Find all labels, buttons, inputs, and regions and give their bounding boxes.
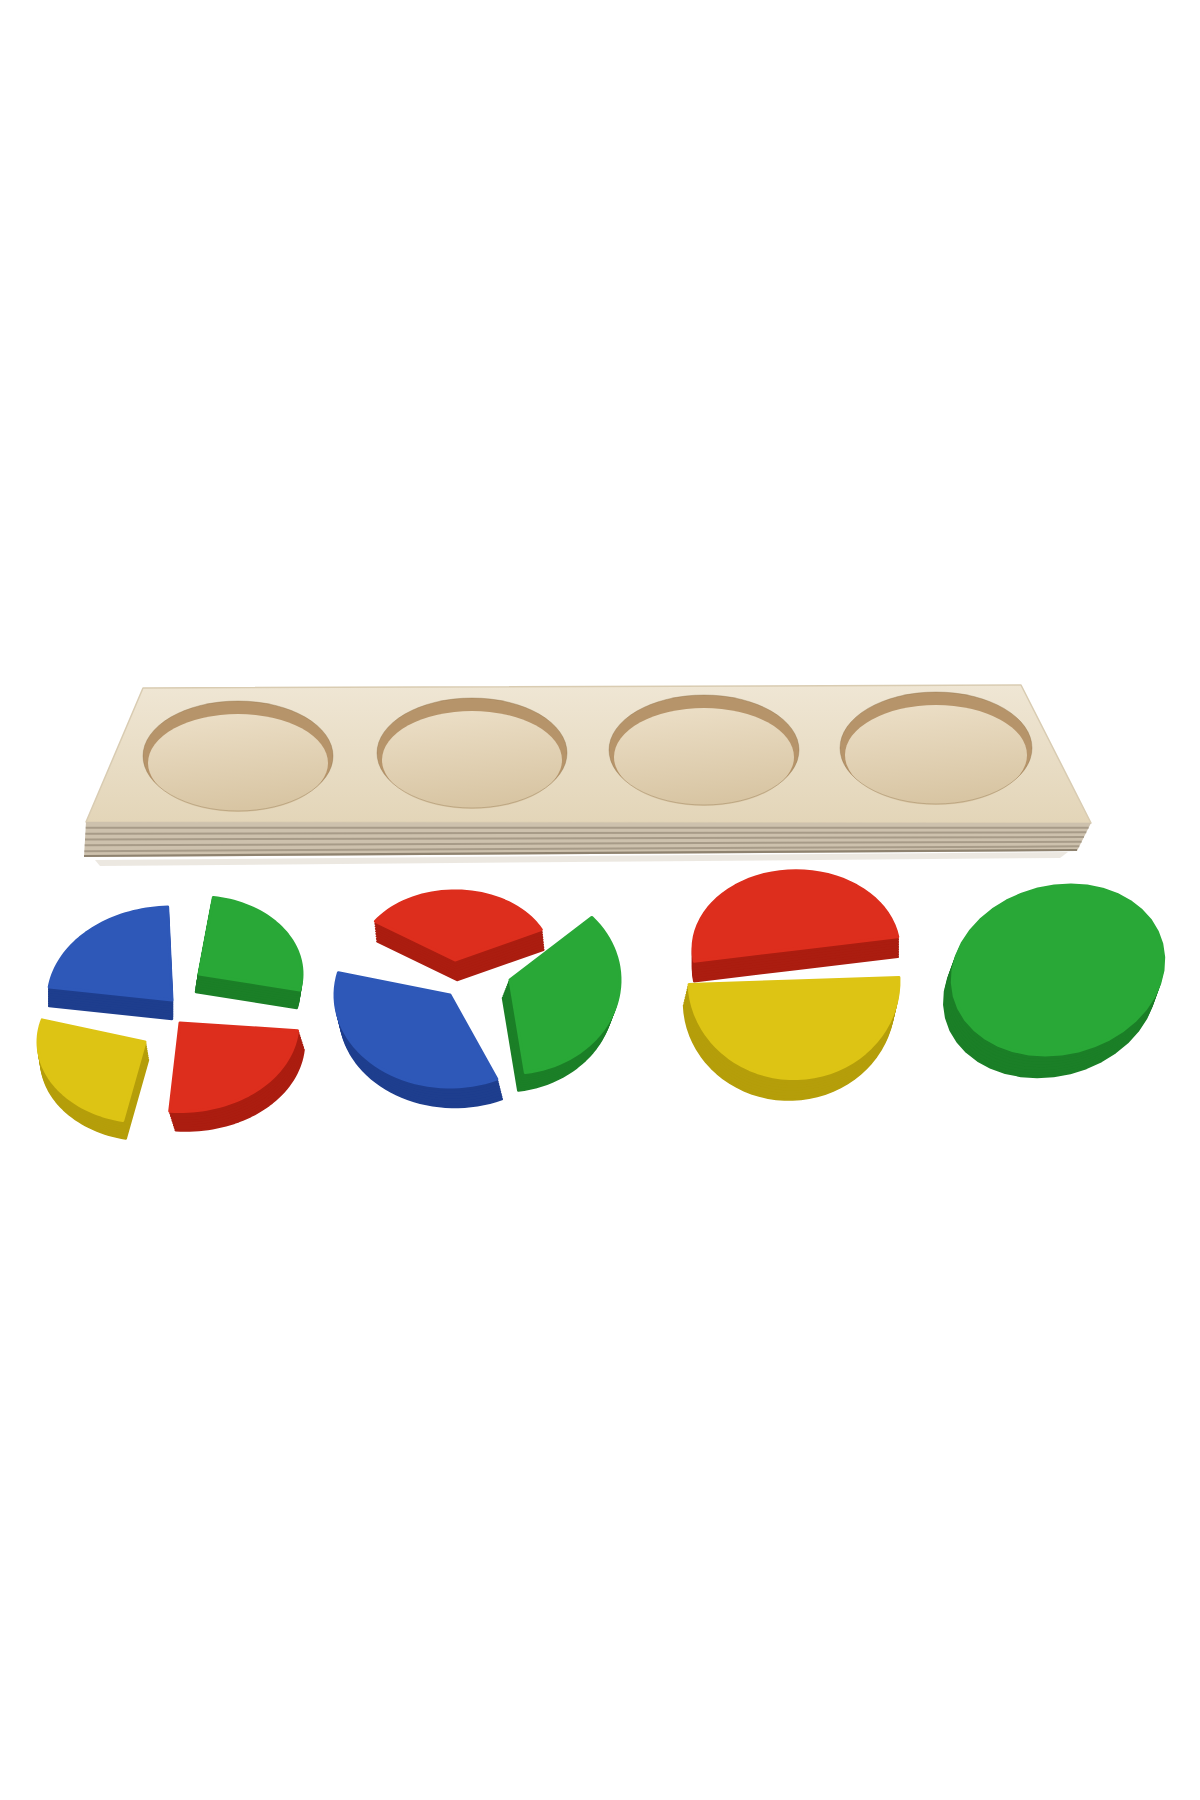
piece-quarter-blue[interactable] xyxy=(49,907,172,1019)
piece-quarter-red[interactable] xyxy=(170,1023,304,1130)
tray-slot-4[interactable] xyxy=(840,692,1032,805)
tray-slot-1[interactable] xyxy=(143,701,333,812)
piece-top-face xyxy=(49,907,172,1000)
tray-slot-2[interactable] xyxy=(377,698,567,809)
piece-third-red[interactable] xyxy=(375,891,543,980)
piece-top-face xyxy=(335,973,497,1087)
piece-half-red[interactable] xyxy=(693,871,898,982)
piece-third-blue[interactable] xyxy=(335,973,502,1107)
plywood-layer-line xyxy=(85,832,1086,833)
fraction-tray xyxy=(84,685,1091,866)
piece-quarter-green[interactable] xyxy=(196,898,302,1009)
tray-slot-3[interactable] xyxy=(609,695,799,806)
piece-half-yellow[interactable] xyxy=(684,978,899,1100)
product-photo xyxy=(0,0,1200,1800)
piece-top-face xyxy=(199,898,302,991)
piece-quarter-yellow[interactable] xyxy=(38,1020,148,1139)
puzzle-scene xyxy=(0,0,1200,1800)
piece-whole-green[interactable] xyxy=(944,885,1163,1077)
